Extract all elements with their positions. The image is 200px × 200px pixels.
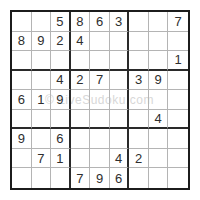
sudoku-cell-r7c2[interactable] bbox=[32, 129, 52, 149]
sudoku-cell-r5c7[interactable] bbox=[129, 90, 149, 110]
sudoku-cell-r7c4[interactable] bbox=[71, 129, 91, 149]
sudoku-cell-r2c6[interactable] bbox=[110, 32, 130, 52]
sudoku-cell-r4c9[interactable] bbox=[168, 71, 188, 91]
sudoku-cell-r3c3[interactable] bbox=[51, 51, 71, 71]
sudoku-cell-r9c5: 9 bbox=[90, 168, 110, 188]
sudoku-cell-r4c1[interactable] bbox=[12, 71, 32, 91]
sudoku-cell-r1c5: 6 bbox=[90, 12, 110, 32]
sudoku-cell-r1c3: 5 bbox=[51, 12, 71, 32]
sudoku-cell-r1c8[interactable] bbox=[149, 12, 169, 32]
sudoku-board: © LiveSudoku.com 58637892414273961949671… bbox=[10, 10, 190, 190]
sudoku-cell-r6c1[interactable] bbox=[12, 110, 32, 130]
sudoku-cell-r2c8[interactable] bbox=[149, 32, 169, 52]
sudoku-cell-r3c5[interactable] bbox=[90, 51, 110, 71]
sudoku-cell-r5c5[interactable] bbox=[90, 90, 110, 110]
sudoku-cell-r9c2[interactable] bbox=[32, 168, 52, 188]
sudoku-cell-r5c3: 9 bbox=[51, 90, 71, 110]
sudoku-cell-r8c3: 1 bbox=[51, 149, 71, 169]
sudoku-cell-r1c4: 8 bbox=[71, 12, 91, 32]
sudoku-cell-r5c1: 6 bbox=[12, 90, 32, 110]
sudoku-cell-r4c3: 4 bbox=[51, 71, 71, 91]
sudoku-cell-r2c7[interactable] bbox=[129, 32, 149, 52]
sudoku-cell-r5c2: 1 bbox=[32, 90, 52, 110]
sudoku-cell-r5c9[interactable] bbox=[168, 90, 188, 110]
sudoku-cell-r2c2: 9 bbox=[32, 32, 52, 52]
sudoku-cell-r6c5[interactable] bbox=[90, 110, 110, 130]
sudoku-cell-r6c4[interactable] bbox=[71, 110, 91, 130]
sudoku-cell-r9c8[interactable] bbox=[149, 168, 169, 188]
sudoku-cell-r4c8: 9 bbox=[149, 71, 169, 91]
sudoku-cell-r4c5: 7 bbox=[90, 71, 110, 91]
sudoku-cell-r5c6[interactable] bbox=[110, 90, 130, 110]
sudoku-cell-r9c3[interactable] bbox=[51, 168, 71, 188]
sudoku-cell-r5c8[interactable] bbox=[149, 90, 169, 110]
sudoku-cell-r2c5[interactable] bbox=[90, 32, 110, 52]
sudoku-cell-r1c7[interactable] bbox=[129, 12, 149, 32]
sudoku-cell-r7c5[interactable] bbox=[90, 129, 110, 149]
sudoku-cell-r3c8[interactable] bbox=[149, 51, 169, 71]
sudoku-cell-r3c7[interactable] bbox=[129, 51, 149, 71]
sudoku-cell-r3c1[interactable] bbox=[12, 51, 32, 71]
sudoku-cell-r8c2: 7 bbox=[32, 149, 52, 169]
sudoku-cell-r2c1: 8 bbox=[12, 32, 32, 52]
sudoku-cell-r1c2[interactable] bbox=[32, 12, 52, 32]
sudoku-cell-r2c9[interactable] bbox=[168, 32, 188, 52]
sudoku-cell-r9c9[interactable] bbox=[168, 168, 188, 188]
sudoku-cell-r7c6[interactable] bbox=[110, 129, 130, 149]
sudoku-cell-r4c4: 2 bbox=[71, 71, 91, 91]
sudoku-cell-r6c2[interactable] bbox=[32, 110, 52, 130]
sudoku-cell-r4c6[interactable] bbox=[110, 71, 130, 91]
sudoku-cell-r1c6: 3 bbox=[110, 12, 130, 32]
sudoku-cell-r6c7[interactable] bbox=[129, 110, 149, 130]
sudoku-cell-r8c8[interactable] bbox=[149, 149, 169, 169]
sudoku-cell-r2c3: 2 bbox=[51, 32, 71, 52]
sudoku-cell-r8c9[interactable] bbox=[168, 149, 188, 169]
sudoku-cell-r3c6[interactable] bbox=[110, 51, 130, 71]
sudoku-cell-r7c7[interactable] bbox=[129, 129, 149, 149]
sudoku-cell-r5c4[interactable] bbox=[71, 90, 91, 110]
sudoku-cell-r7c8[interactable] bbox=[149, 129, 169, 149]
sudoku-cell-r6c8: 4 bbox=[149, 110, 169, 130]
sudoku-cell-r8c1[interactable] bbox=[12, 149, 32, 169]
sudoku-cell-r1c1[interactable] bbox=[12, 12, 32, 32]
sudoku-cell-r8c6: 4 bbox=[110, 149, 130, 169]
sudoku-cell-r7c1: 9 bbox=[12, 129, 32, 149]
sudoku-cell-r8c7: 2 bbox=[129, 149, 149, 169]
sudoku-cell-r6c6[interactable] bbox=[110, 110, 130, 130]
sudoku-cell-r9c4: 7 bbox=[71, 168, 91, 188]
sudoku-cell-r3c4[interactable] bbox=[71, 51, 91, 71]
sudoku-cell-r8c4[interactable] bbox=[71, 149, 91, 169]
sudoku-cell-r9c1[interactable] bbox=[12, 168, 32, 188]
sudoku-cell-r4c2[interactable] bbox=[32, 71, 52, 91]
sudoku-grid: 5863789241427396194967142796 bbox=[12, 12, 188, 188]
sudoku-cell-r7c3: 6 bbox=[51, 129, 71, 149]
sudoku-cell-r6c9[interactable] bbox=[168, 110, 188, 130]
sudoku-cell-r8c5[interactable] bbox=[90, 149, 110, 169]
sudoku-cell-r9c6: 6 bbox=[110, 168, 130, 188]
sudoku-cell-r4c7: 3 bbox=[129, 71, 149, 91]
sudoku-cell-r7c9[interactable] bbox=[168, 129, 188, 149]
sudoku-page: © LiveSudoku.com 58637892414273961949671… bbox=[0, 0, 200, 200]
sudoku-cell-r3c2[interactable] bbox=[32, 51, 52, 71]
sudoku-cell-r3c9: 1 bbox=[168, 51, 188, 71]
sudoku-cell-r9c7[interactable] bbox=[129, 168, 149, 188]
sudoku-cell-r2c4: 4 bbox=[71, 32, 91, 52]
sudoku-cell-r1c9: 7 bbox=[168, 12, 188, 32]
sudoku-cell-r6c3[interactable] bbox=[51, 110, 71, 130]
